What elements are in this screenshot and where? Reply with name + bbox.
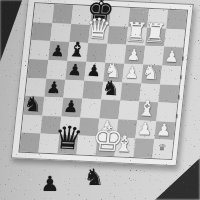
- piece-white-pawn-h6[interactable]: ♟: [158, 50, 186, 63]
- piece-white-rook-g7[interactable]: ♜: [140, 22, 169, 44]
- piece-black-pawn-b4[interactable]: ♟: [40, 81, 68, 95]
- square-b8[interactable]: [52, 4, 73, 23]
- photo-chess-scene: ♛ ♚♛♜♜♟♝♟♟♟♟♞♟♞♟♞♞♟♝♟♟♟♛♚♝ ♟♞: [0, 0, 200, 200]
- board-logo-emblem: ♛: [151, 138, 172, 158]
- square-a8[interactable]: [33, 3, 54, 22]
- square-a7[interactable]: [31, 22, 52, 41]
- piece-white-pawn-f6[interactable]: ♟: [120, 48, 148, 61]
- square-a5[interactable]: [27, 59, 48, 78]
- captured-black-pawn[interactable]: ♟: [38, 176, 62, 192]
- square-a1[interactable]: [20, 133, 41, 152]
- piece-white-pawn-h2[interactable]: ♟: [150, 123, 178, 137]
- captured-black-knight[interactable]: ♞: [82, 169, 106, 187]
- chess-board[interactable]: ♛ ♚♛♜♜♟♝♟♟♟♟♞♟♞♟♞♞♟♝♟♟♟♛♚♝: [11, 0, 194, 166]
- piece-black-queen-c1[interactable]: ♛: [53, 125, 83, 151]
- piece-white-queen-d7[interactable]: ♛: [84, 18, 113, 41]
- piece-black-bishop-c6[interactable]: ♝: [63, 42, 92, 59]
- square-a2[interactable]: [21, 114, 42, 133]
- piece-black-pawn-c3[interactable]: ♟: [57, 100, 85, 114]
- piece-black-knight-a3[interactable]: ♞: [19, 95, 48, 112]
- piece-white-knight-g5[interactable]: ♞: [137, 64, 166, 81]
- piece-white-bishop-f1[interactable]: ♝: [110, 135, 139, 154]
- piece-white-bishop-g3[interactable]: ♝: [133, 100, 162, 118]
- piece-black-knight-e4[interactable]: ♞: [97, 81, 126, 98]
